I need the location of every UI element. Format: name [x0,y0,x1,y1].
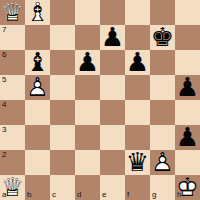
square-b1[interactable]: b [25,175,50,200]
square-h2[interactable] [175,150,200,175]
rank-label-4: 4 [2,101,6,109]
square-f4[interactable] [125,100,150,125]
square-c3[interactable] [50,125,75,150]
square-a1[interactable]: a♛♕ [0,175,25,200]
square-b4[interactable] [25,100,50,125]
black-pawn-icon: ♟ [175,74,200,99]
file-label-d: d [77,191,81,199]
square-g2[interactable]: ♟♙ [150,150,175,175]
square-d8[interactable] [75,0,100,25]
square-e1[interactable]: e [100,175,125,200]
square-f1[interactable]: f [125,175,150,200]
square-a6[interactable]: 6 [0,50,25,75]
square-d5[interactable] [75,75,100,100]
square-b5[interactable]: ♟♙ [25,75,50,100]
square-h5[interactable]: ♟ [175,75,200,100]
file-label-f: f [127,191,129,199]
rank-label-7: 7 [2,26,6,34]
square-d4[interactable] [75,100,100,125]
white-pawn-icon: ♟ [150,149,175,174]
square-a5[interactable]: 5 [0,75,25,100]
square-d3[interactable] [75,125,100,150]
square-f8[interactable] [125,0,150,25]
square-e7[interactable]: ♟ [100,25,125,50]
file-label-e: e [102,191,106,199]
rank-label-2: 2 [2,151,6,159]
black-pawn-icon: ♟ [125,49,150,74]
square-g4[interactable] [150,100,175,125]
square-b3[interactable] [25,125,50,150]
black-pawn-icon: ♟ [75,49,100,74]
square-g5[interactable] [150,75,175,100]
square-d7[interactable] [75,25,100,50]
square-b6[interactable]: ♝ [25,50,50,75]
square-f3[interactable] [125,125,150,150]
rank-label-3: 3 [2,126,6,134]
square-h3[interactable]: ♟ [175,125,200,150]
black-pawn-icon: ♟ [175,124,200,149]
rank-label-6: 6 [2,51,6,59]
square-g7[interactable]: ♚ [150,25,175,50]
file-label-b: b [27,191,31,199]
file-label-h: h [177,191,181,199]
black-bishop-icon: ♝ [25,49,50,74]
square-g1[interactable]: g [150,175,175,200]
square-c8[interactable] [50,0,75,25]
square-g6[interactable] [150,50,175,75]
white-queen-icon: ♛ [0,0,25,24]
square-b7[interactable] [25,25,50,50]
white-king-icon: ♚ [175,174,200,199]
white-pawn-outline-icon: ♙ [25,74,50,99]
square-c7[interactable] [50,25,75,50]
square-g8[interactable] [150,0,175,25]
square-h6[interactable] [175,50,200,75]
white-queen-outline-icon: ♕ [0,0,25,24]
square-f6[interactable]: ♟ [125,50,150,75]
square-e8[interactable] [100,0,125,25]
square-f5[interactable] [125,75,150,100]
white-bishop-icon: ♝ [25,0,50,24]
square-a4[interactable]: 4 [0,100,25,125]
square-h7[interactable] [175,25,200,50]
square-e4[interactable] [100,100,125,125]
square-c6[interactable] [50,50,75,75]
black-king-icon: ♚ [150,24,175,49]
square-a8[interactable]: ♛♕ [0,0,25,25]
square-f7[interactable] [125,25,150,50]
black-pawn-icon: ♟ [100,24,125,49]
white-queen-icon: ♛ [0,174,25,199]
square-g3[interactable] [150,125,175,150]
white-bishop-outline-icon: ♗ [25,0,50,24]
square-e3[interactable] [100,125,125,150]
square-h8[interactable] [175,0,200,25]
square-e5[interactable] [100,75,125,100]
square-c5[interactable] [50,75,75,100]
square-a2[interactable]: 2 [0,150,25,175]
square-e6[interactable] [100,50,125,75]
square-c2[interactable] [50,150,75,175]
black-queen-icon: ♛ [125,149,150,174]
white-king-outline-icon: ♔ [175,174,200,199]
file-label-c: c [52,191,56,199]
square-h4[interactable] [175,100,200,125]
square-e2[interactable] [100,150,125,175]
square-h1[interactable]: h♚♔ [175,175,200,200]
square-c4[interactable] [50,100,75,125]
square-d6[interactable]: ♟ [75,50,100,75]
chess-board: ♛♕♝♗7♟♚6♝♟♟5♟♙♟43♟2♛♟♙a♛♕bcdefgh♚♔ [0,0,200,200]
square-b2[interactable] [25,150,50,175]
white-queen-outline-icon: ♕ [0,174,25,199]
square-d2[interactable] [75,150,100,175]
square-f2[interactable]: ♛ [125,150,150,175]
square-b8[interactable]: ♝♗ [25,0,50,25]
square-d1[interactable]: d [75,175,100,200]
rank-label-5: 5 [2,76,6,84]
white-pawn-icon: ♟ [25,74,50,99]
square-c1[interactable]: c [50,175,75,200]
file-label-a: a [2,191,6,199]
square-a3[interactable]: 3 [0,125,25,150]
square-a7[interactable]: 7 [0,25,25,50]
white-pawn-outline-icon: ♙ [150,149,175,174]
file-label-g: g [152,191,156,199]
